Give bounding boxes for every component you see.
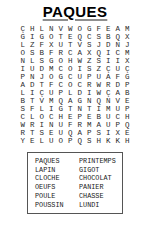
- grid-cell[interactable]: A: [104, 73, 114, 81]
- word-item: PRINTEMPS: [79, 157, 120, 166]
- grid-cell[interactable]: L: [18, 41, 28, 49]
- word-item: PAQUES: [35, 157, 79, 166]
- grid-cell[interactable]: J: [94, 41, 104, 49]
- grid-cell[interactable]: U: [28, 65, 38, 73]
- grid-cell[interactable]: F: [28, 105, 38, 113]
- grid-cell[interactable]: X: [47, 41, 57, 49]
- grid-cell[interactable]: U: [113, 105, 123, 113]
- grid-cell[interactable]: G: [85, 25, 95, 33]
- grid-cell[interactable]: E: [47, 129, 57, 137]
- grid-cell[interactable]: U: [56, 129, 66, 137]
- grid-cell[interactable]: G: [47, 57, 57, 65]
- grid-cell[interactable]: X: [123, 33, 133, 41]
- grid-cell[interactable]: L: [66, 89, 76, 97]
- grid-cell[interactable]: P: [75, 113, 85, 121]
- grid-cell[interactable]: L: [28, 113, 38, 121]
- grid-cell[interactable]: F: [66, 121, 76, 129]
- grid-cell[interactable]: C: [66, 49, 76, 57]
- grid-cell[interactable]: F: [113, 73, 123, 81]
- grid-cell[interactable]: H: [66, 57, 76, 65]
- grid-cell[interactable]: F: [47, 81, 57, 89]
- grid-cell[interactable]: Q: [66, 129, 76, 137]
- grid-cell[interactable]: M: [123, 49, 133, 57]
- grid-cell[interactable]: T: [66, 41, 76, 49]
- grid-cell[interactable]: S: [37, 129, 47, 137]
- grid-cell[interactable]: U: [104, 113, 114, 121]
- grid-cell[interactable]: C: [56, 65, 66, 73]
- grid-cell[interactable]: N: [75, 105, 85, 113]
- grid-cell[interactable]: R: [85, 81, 95, 89]
- grid-cell[interactable]: R: [104, 81, 114, 89]
- word-item: CHASSE: [79, 192, 120, 201]
- grid-cell[interactable]: H: [94, 137, 104, 145]
- word-list-column-left: PAQUESLAPINCLOCHEOEUFSPOULEPOUSSIN: [35, 157, 79, 209]
- grid-cell[interactable]: F: [37, 41, 47, 49]
- grid-cell[interactable]: I: [18, 65, 28, 73]
- grid-cell[interactable]: Q: [113, 33, 123, 41]
- grid-cell[interactable]: W: [94, 89, 104, 97]
- grid-cell[interactable]: A: [75, 129, 85, 137]
- word-search-grid: ÇHLNVWOGFEAMGIGOTEQCSBQXLZFXUTVSJDNJOSBF…: [18, 25, 132, 145]
- word-item: CLOCHE: [35, 174, 79, 183]
- grid-cell[interactable]: T: [66, 105, 76, 113]
- grid-cell[interactable]: E: [123, 129, 133, 137]
- grid-cell[interactable]: R: [75, 121, 85, 129]
- grid-cell[interactable]: P: [123, 105, 133, 113]
- grid-cell[interactable]: U: [56, 121, 66, 129]
- grid-cell[interactable]: X: [85, 49, 95, 57]
- grid-cell[interactable]: F: [94, 25, 104, 33]
- grid-cell[interactable]: S: [18, 105, 28, 113]
- grid-cell[interactable]: Q: [75, 33, 85, 41]
- grid-cell[interactable]: A: [75, 49, 85, 57]
- grid-cell[interactable]: W: [18, 121, 28, 129]
- grid-cell[interactable]: O: [56, 57, 66, 65]
- grid-cell[interactable]: Q: [94, 49, 104, 57]
- grid-cell[interactable]: C: [47, 113, 57, 121]
- grid-cell[interactable]: L: [37, 25, 47, 33]
- grid-cell[interactable]: Y: [18, 137, 28, 145]
- grid-cell[interactable]: C: [113, 49, 123, 57]
- grid-cell[interactable]: I: [75, 65, 85, 73]
- grid-cell[interactable]: V: [37, 97, 47, 105]
- grid-cell[interactable]: Q: [56, 97, 66, 105]
- grid-cell[interactable]: L: [28, 57, 38, 65]
- grid-cell[interactable]: U: [47, 137, 57, 145]
- grid-cell[interactable]: R: [18, 129, 28, 137]
- grid-cell[interactable]: Ç: [104, 89, 114, 97]
- word-list-column-right: PRINTEMPSGIGOTCHOCOLATPANIERCHASSELUNDI: [79, 157, 120, 209]
- grid-cell[interactable]: S: [94, 57, 104, 65]
- grid-cell[interactable]: I: [104, 57, 114, 65]
- grid-cell[interactable]: O: [18, 49, 28, 57]
- grid-cell[interactable]: N: [113, 41, 123, 49]
- grid-cell[interactable]: L: [18, 89, 28, 97]
- grid-cell[interactable]: K: [104, 137, 114, 145]
- grid-cell[interactable]: N: [28, 73, 38, 81]
- grid-cell[interactable]: A: [94, 121, 104, 129]
- grid-cell[interactable]: S: [94, 33, 104, 41]
- grid-cell[interactable]: P: [85, 73, 95, 81]
- grid-cell[interactable]: B: [104, 33, 114, 41]
- grid-cell[interactable]: I: [104, 49, 114, 57]
- grid-cell[interactable]: Q: [123, 121, 133, 129]
- grid-cell[interactable]: Ç: [123, 65, 133, 73]
- grid-cell[interactable]: I: [94, 105, 104, 113]
- grid-cell[interactable]: X: [123, 57, 133, 65]
- grid-cell[interactable]: G: [75, 97, 85, 105]
- grid-cell[interactable]: H: [28, 25, 38, 33]
- grid-cell[interactable]: S: [85, 137, 95, 145]
- grid-cell[interactable]: I: [47, 105, 57, 113]
- grid-cell[interactable]: X: [113, 129, 123, 137]
- grid-cell[interactable]: M: [47, 65, 57, 73]
- grid-cell[interactable]: F: [47, 49, 57, 57]
- grid-cell[interactable]: G: [18, 33, 28, 41]
- grid-cell[interactable]: T: [37, 81, 47, 89]
- grid-cell[interactable]: E: [104, 25, 114, 33]
- grid-cell[interactable]: S: [85, 65, 95, 73]
- grid-cell[interactable]: E: [85, 113, 95, 121]
- grid-cell[interactable]: G: [37, 33, 47, 41]
- word-item: PANIER: [79, 183, 120, 192]
- grid-cell[interactable]: E: [28, 137, 38, 145]
- grid-cell[interactable]: D: [75, 89, 85, 97]
- grid-cell[interactable]: O: [37, 113, 47, 121]
- grid-cell[interactable]: E: [66, 33, 76, 41]
- grid-cell[interactable]: O: [66, 65, 76, 73]
- grid-cell[interactable]: H: [123, 137, 133, 145]
- grid-cell[interactable]: L: [37, 137, 47, 145]
- word-item: LUNDI: [79, 201, 120, 210]
- grid-cell[interactable]: C: [18, 113, 28, 121]
- grid-cell[interactable]: U: [94, 73, 104, 81]
- grid-cell[interactable]: A: [66, 97, 76, 105]
- grid-cell[interactable]: T: [28, 129, 38, 137]
- grid-cell[interactable]: U: [56, 41, 66, 49]
- grid-cell[interactable]: I: [28, 33, 38, 41]
- grid-cell[interactable]: Ç: [37, 89, 47, 97]
- grid-cell[interactable]: Z: [94, 65, 104, 73]
- grid-cell[interactable]: O: [47, 33, 57, 41]
- grid-cell[interactable]: A: [113, 89, 123, 97]
- grid-cell[interactable]: U: [104, 121, 114, 129]
- grid-cell[interactable]: E: [66, 113, 76, 121]
- word-item: CHOCOLAT: [79, 174, 120, 183]
- grid-cell[interactable]: T: [28, 97, 38, 105]
- grid-cell[interactable]: Z: [85, 57, 95, 65]
- grid-cell[interactable]: D: [104, 41, 114, 49]
- grid-cell[interactable]: I: [37, 121, 47, 129]
- grid-cell[interactable]: G: [56, 105, 66, 113]
- word-item: LAPIN: [35, 166, 79, 175]
- grid-cell[interactable]: H: [56, 113, 66, 121]
- grid-cell[interactable]: C: [113, 113, 123, 121]
- word-item: POULE: [35, 192, 79, 201]
- grid-cell[interactable]: K: [113, 137, 123, 145]
- grid-cell[interactable]: W: [94, 81, 104, 89]
- grid-cell[interactable]: Ç: [104, 65, 114, 73]
- grid-cell[interactable]: O: [66, 81, 76, 89]
- grid-cell[interactable]: N: [47, 25, 57, 33]
- grid-cell[interactable]: M: [123, 25, 133, 33]
- grid-cell[interactable]: M: [47, 97, 57, 105]
- grid-cell[interactable]: U: [113, 65, 123, 73]
- grid-cell[interactable]: N: [18, 57, 28, 65]
- grid-cell[interactable]: C: [56, 81, 66, 89]
- grid-cell[interactable]: C: [85, 33, 95, 41]
- grid-cell[interactable]: W: [66, 25, 76, 33]
- grid-cell[interactable]: R: [28, 121, 38, 129]
- grid-cell[interactable]: W: [75, 57, 85, 65]
- grid-cell[interactable]: G: [123, 73, 133, 81]
- grid-cell[interactable]: L: [37, 105, 47, 113]
- grid-cell[interactable]: D: [113, 81, 123, 89]
- grid-cell[interactable]: M: [104, 105, 114, 113]
- grid-cell[interactable]: E: [123, 97, 133, 105]
- grid-cell[interactable]: D: [28, 81, 38, 89]
- grid-cell[interactable]: I: [104, 129, 114, 137]
- grid-cell[interactable]: O: [56, 137, 66, 145]
- grid-cell[interactable]: N: [104, 97, 114, 105]
- grid-cell[interactable]: A: [113, 25, 123, 33]
- grid-cell[interactable]: B: [18, 97, 28, 105]
- word-item: OEUFS: [35, 183, 79, 192]
- grid-cell[interactable]: P: [66, 137, 76, 145]
- grid-cell[interactable]: A: [18, 81, 28, 89]
- page-title-text: PAQUES: [43, 3, 108, 20]
- grid-cell[interactable]: C: [75, 81, 85, 89]
- grid-cell[interactable]: C: [66, 73, 76, 81]
- grid-cell[interactable]: I: [113, 57, 123, 65]
- grid-cell[interactable]: N: [47, 121, 57, 129]
- grid-cell[interactable]: V: [113, 97, 123, 105]
- grid-cell[interactable]: G: [56, 73, 66, 81]
- grid-cell[interactable]: O: [75, 25, 85, 33]
- grid-cell[interactable]: V: [56, 25, 66, 33]
- grid-cell[interactable]: P: [85, 129, 95, 137]
- word-item: POUSSIN: [35, 201, 79, 210]
- grid-cell[interactable]: P: [123, 81, 133, 89]
- grid-cell[interactable]: S: [85, 41, 95, 49]
- grid-cell[interactable]: N: [85, 97, 95, 105]
- grid-cell[interactable]: I: [28, 89, 38, 97]
- grid-cell[interactable]: R: [56, 49, 66, 57]
- grid-cell[interactable]: Q: [94, 97, 104, 105]
- grid-cell[interactable]: B: [123, 89, 133, 97]
- grid-cell[interactable]: D: [37, 65, 47, 73]
- grid-cell[interactable]: Q: [75, 137, 85, 145]
- grid-cell[interactable]: P: [113, 121, 123, 129]
- grid-cell[interactable]: V: [75, 41, 85, 49]
- grid-cell[interactable]: H: [123, 113, 133, 121]
- grid-cell[interactable]: Z: [28, 41, 38, 49]
- grid-cell[interactable]: O: [47, 73, 57, 81]
- grid-cell[interactable]: J: [37, 73, 47, 81]
- grid-cell[interactable]: P: [56, 89, 66, 97]
- grid-cell[interactable]: J: [123, 41, 133, 49]
- word-search-page: PAQUES ÇHLNVWOGFEAMGIGOTEQCSBQXLZFXUTVSJ…: [0, 0, 150, 225]
- page-title: PAQUES: [0, 0, 150, 20]
- grid-cell[interactable]: P: [18, 73, 28, 81]
- grid-cell[interactable]: B: [94, 113, 104, 121]
- grid-cell[interactable]: B: [37, 49, 47, 57]
- grid-cell[interactable]: U: [47, 89, 57, 97]
- grid-cell[interactable]: S: [28, 49, 38, 57]
- grid-cell[interactable]: S: [94, 129, 104, 137]
- word-item: GIGOT: [79, 166, 120, 175]
- grid-cell[interactable]: I: [85, 89, 95, 97]
- grid-cell[interactable]: S: [37, 57, 47, 65]
- grid-cell[interactable]: T: [85, 105, 95, 113]
- grid-cell[interactable]: U: [75, 73, 85, 81]
- word-list-box: PAQUESLAPINCLOCHEOEUFSPOULEPOUSSIN PRINT…: [27, 152, 123, 214]
- grid-cell[interactable]: T: [56, 33, 66, 41]
- grid-cell[interactable]: M: [85, 121, 95, 129]
- grid-cell[interactable]: Ç: [18, 25, 28, 33]
